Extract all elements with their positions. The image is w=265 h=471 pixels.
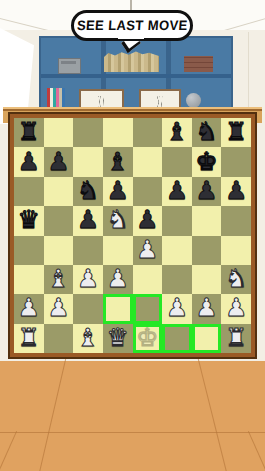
square-h2[interactable]: ♟ bbox=[221, 294, 251, 323]
square-e5[interactable]: ♟ bbox=[133, 206, 163, 235]
floor-tile-line bbox=[0, 431, 17, 471]
floor-tile-line bbox=[248, 431, 265, 471]
square-d3[interactable]: ♟ bbox=[103, 265, 133, 294]
square-e7[interactable] bbox=[133, 147, 163, 176]
piece-white-pawn: ♟ bbox=[166, 295, 188, 320]
square-a8[interactable]: ♜ bbox=[14, 118, 44, 147]
square-f5[interactable] bbox=[162, 206, 192, 235]
square-d2[interactable] bbox=[103, 294, 133, 323]
piece-white-pawn: ♟ bbox=[106, 266, 128, 291]
square-b4[interactable] bbox=[44, 236, 74, 265]
square-f3[interactable] bbox=[162, 265, 192, 294]
piece-black-knight: ♞ bbox=[195, 119, 217, 144]
square-f8[interactable]: ♝ bbox=[162, 118, 192, 147]
square-c3[interactable]: ♟ bbox=[73, 265, 103, 294]
square-b6[interactable] bbox=[44, 177, 74, 206]
chess-board-frame: ♜♝♞♜♟♟♝♚♞♟♟♟♟♛♟♞♟♟♝♟♟♞♟♟♟♟♟♜♝♛♚♜ bbox=[8, 112, 257, 359]
floor-tile-line bbox=[197, 357, 227, 471]
square-a1[interactable]: ♜ bbox=[14, 324, 44, 353]
stacked-books bbox=[184, 56, 213, 72]
square-c6[interactable]: ♞ bbox=[73, 177, 103, 206]
square-b1[interactable] bbox=[44, 324, 74, 353]
piece-white-bishop: ♝ bbox=[47, 266, 69, 291]
piece-white-knight: ♞ bbox=[106, 207, 128, 232]
floor-tile-line bbox=[38, 356, 66, 471]
square-g4[interactable] bbox=[192, 236, 222, 265]
floor-tile-line bbox=[0, 432, 265, 433]
piece-black-pawn: ♟ bbox=[18, 149, 40, 174]
square-h6[interactable]: ♟ bbox=[221, 177, 251, 206]
piece-black-pawn: ♟ bbox=[47, 149, 69, 174]
square-e3[interactable] bbox=[133, 265, 163, 294]
square-e8[interactable] bbox=[133, 118, 163, 147]
piece-white-bishop: ♝ bbox=[77, 325, 99, 350]
square-g1[interactable] bbox=[192, 324, 222, 353]
piece-white-rook: ♜ bbox=[18, 325, 40, 350]
piece-white-pawn: ♟ bbox=[136, 237, 158, 262]
piece-black-bishop: ♝ bbox=[106, 149, 128, 174]
square-f6[interactable]: ♟ bbox=[162, 177, 192, 206]
square-b8[interactable] bbox=[44, 118, 74, 147]
globe bbox=[186, 93, 201, 108]
piece-black-pawn: ♟ bbox=[136, 207, 158, 232]
piece-black-pawn: ♟ bbox=[166, 178, 188, 203]
piece-white-pawn: ♟ bbox=[18, 295, 40, 320]
floor bbox=[0, 361, 265, 471]
piece-white-pawn: ♟ bbox=[77, 266, 99, 291]
piece-white-pawn: ♟ bbox=[47, 295, 69, 320]
square-b3[interactable]: ♝ bbox=[44, 265, 74, 294]
piece-white-pawn: ♟ bbox=[225, 295, 247, 320]
square-e6[interactable] bbox=[133, 177, 163, 206]
piece-black-pawn: ♟ bbox=[195, 178, 217, 203]
piece-black-pawn: ♟ bbox=[225, 178, 247, 203]
square-e2[interactable] bbox=[133, 294, 163, 323]
piece-black-pawn: ♟ bbox=[106, 178, 128, 203]
game-screen: SEE LAST MOVE ♜♝♞♜♟♟♝♚♞♟♟♟♟♛♟♞♟♟♝♟♟♞♟♟♟♟… bbox=[0, 0, 265, 471]
square-d1[interactable]: ♛ bbox=[103, 324, 133, 353]
piece-black-queen: ♛ bbox=[18, 207, 40, 232]
square-h4[interactable] bbox=[221, 236, 251, 265]
square-d6[interactable]: ♟ bbox=[103, 177, 133, 206]
square-d4[interactable] bbox=[103, 236, 133, 265]
piece-black-pawn: ♟ bbox=[77, 207, 99, 232]
piece-black-king: ♚ bbox=[195, 149, 217, 174]
square-e1[interactable]: ♚ bbox=[133, 324, 163, 353]
square-a5[interactable]: ♛ bbox=[14, 206, 44, 235]
square-f4[interactable] bbox=[162, 236, 192, 265]
square-a6[interactable] bbox=[14, 177, 44, 206]
square-f7[interactable] bbox=[162, 147, 192, 176]
square-d7[interactable]: ♝ bbox=[103, 147, 133, 176]
square-h5[interactable] bbox=[221, 206, 251, 235]
speech-bubble-tail-joint bbox=[118, 32, 144, 39]
square-h3[interactable]: ♞ bbox=[221, 265, 251, 294]
square-g2[interactable]: ♟ bbox=[192, 294, 222, 323]
square-a7[interactable]: ♟ bbox=[14, 147, 44, 176]
square-g3[interactable] bbox=[192, 265, 222, 294]
square-c7[interactable] bbox=[73, 147, 103, 176]
square-b5[interactable] bbox=[44, 206, 74, 235]
square-h8[interactable]: ♜ bbox=[221, 118, 251, 147]
shelf-board bbox=[41, 74, 231, 78]
square-h7[interactable] bbox=[221, 147, 251, 176]
square-e4[interactable]: ♟ bbox=[133, 236, 163, 265]
square-d8[interactable] bbox=[103, 118, 133, 147]
square-c8[interactable] bbox=[73, 118, 103, 147]
square-g8[interactable]: ♞ bbox=[192, 118, 222, 147]
square-f1[interactable] bbox=[162, 324, 192, 353]
piece-white-knight: ♞ bbox=[225, 266, 247, 291]
square-d5[interactable]: ♞ bbox=[103, 206, 133, 235]
square-c4[interactable] bbox=[73, 236, 103, 265]
square-g6[interactable]: ♟ bbox=[192, 177, 222, 206]
radio-on-shelf bbox=[58, 58, 81, 74]
see-last-move-label: SEE LAST MOVE bbox=[76, 18, 188, 34]
piece-black-rook: ♜ bbox=[225, 119, 247, 144]
square-a2[interactable]: ♟ bbox=[14, 294, 44, 323]
piece-white-king: ♚ bbox=[136, 325, 158, 350]
chess-board: ♜♝♞♜♟♟♝♚♞♟♟♟♟♛♟♞♟♟♝♟♟♞♟♟♟♟♟♜♝♛♚♜ bbox=[14, 118, 251, 353]
piece-black-bishop: ♝ bbox=[166, 119, 188, 144]
square-h1[interactable]: ♜ bbox=[221, 324, 251, 353]
piece-black-rook: ♜ bbox=[18, 119, 40, 144]
wall-corner-line bbox=[248, 32, 249, 114]
square-f2[interactable]: ♟ bbox=[162, 294, 192, 323]
square-c2[interactable] bbox=[73, 294, 103, 323]
square-b7[interactable]: ♟ bbox=[44, 147, 74, 176]
piece-white-pawn: ♟ bbox=[195, 295, 217, 320]
square-a3[interactable] bbox=[14, 265, 44, 294]
piece-white-queen: ♛ bbox=[106, 325, 128, 350]
square-g7[interactable]: ♚ bbox=[192, 147, 222, 176]
square-b2[interactable]: ♟ bbox=[44, 294, 74, 323]
square-a4[interactable] bbox=[14, 236, 44, 265]
piece-black-knight: ♞ bbox=[77, 178, 99, 203]
square-c1[interactable]: ♝ bbox=[73, 324, 103, 353]
square-g5[interactable] bbox=[192, 206, 222, 235]
square-c5[interactable]: ♟ bbox=[73, 206, 103, 235]
piece-white-rook: ♜ bbox=[225, 325, 247, 350]
